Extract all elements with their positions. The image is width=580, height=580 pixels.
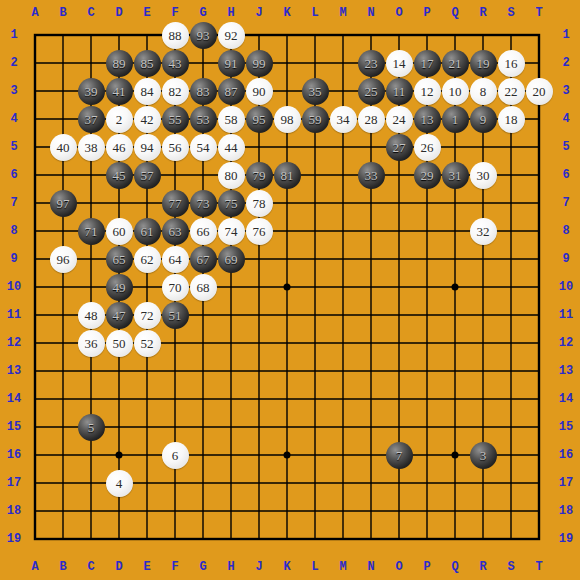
row-label-left-9: 9 (10, 252, 17, 266)
col-label-top-K: K (283, 6, 290, 20)
row-label-right-3: 3 (562, 84, 569, 98)
stone-white-26-P5: 26 (414, 134, 441, 161)
col-label-bottom-T: T (535, 560, 542, 574)
stone-white-30-R6: 30 (470, 162, 497, 189)
stone-black-87-H3: 87 (218, 78, 245, 105)
stone-black-31-Q6: 31 (442, 162, 469, 189)
col-label-bottom-L: L (311, 560, 318, 574)
row-label-left-1: 1 (10, 28, 17, 42)
stone-black-67-G9: 67 (190, 246, 217, 273)
stone-black-75-H7: 75 (218, 190, 245, 217)
col-label-bottom-K: K (283, 560, 290, 574)
col-label-top-L: L (311, 6, 318, 20)
row-label-right-2: 2 (562, 56, 569, 70)
row-label-left-19: 19 (7, 532, 21, 546)
stone-black-65-D9: 65 (106, 246, 133, 273)
col-label-bottom-F: F (171, 560, 178, 574)
row-label-right-19: 19 (559, 532, 573, 546)
stone-black-7-O16: 7 (386, 442, 413, 469)
stone-black-55-F4: 55 (162, 106, 189, 133)
stone-black-5-C15: 5 (78, 414, 105, 441)
col-label-bottom-M: M (339, 560, 346, 574)
row-label-right-12: 12 (559, 336, 573, 350)
stone-black-61-E8: 61 (134, 218, 161, 245)
stone-white-76-J8: 76 (246, 218, 273, 245)
stone-white-94-E5: 94 (134, 134, 161, 161)
stone-white-10-Q3: 10 (442, 78, 469, 105)
stone-black-89-D2: 89 (106, 50, 133, 77)
stone-black-79-J6: 79 (246, 162, 273, 189)
row-label-right-10: 10 (559, 280, 573, 294)
row-label-right-1: 1 (562, 28, 569, 42)
stone-white-60-D8: 60 (106, 218, 133, 245)
go-board[interactable]: 1234567891011121314161718192021222324252… (21, 21, 553, 553)
stone-black-73-G7: 73 (190, 190, 217, 217)
row-label-right-9: 9 (562, 252, 569, 266)
col-label-bottom-C: C (87, 560, 94, 574)
stone-white-16-S2: 16 (498, 50, 525, 77)
stone-white-42-E4: 42 (134, 106, 161, 133)
row-label-right-8: 8 (562, 224, 569, 238)
col-label-top-T: T (535, 6, 542, 20)
stone-white-8-R3: 8 (470, 78, 497, 105)
col-label-bottom-J: J (255, 560, 262, 574)
col-label-top-G: G (199, 6, 206, 20)
stone-white-88-F1: 88 (162, 22, 189, 49)
stone-black-69-H9: 69 (218, 246, 245, 273)
stone-black-97-B7: 97 (50, 190, 77, 217)
stone-white-98-K4: 98 (274, 106, 301, 133)
stone-white-28-N4: 28 (358, 106, 385, 133)
col-label-bottom-B: B (59, 560, 66, 574)
stone-white-96-B9: 96 (50, 246, 77, 273)
row-label-left-8: 8 (10, 224, 17, 238)
col-label-top-M: M (339, 6, 346, 20)
stone-black-37-C4: 37 (78, 106, 105, 133)
row-label-right-17: 17 (559, 476, 573, 490)
stone-white-44-H5: 44 (218, 134, 245, 161)
row-label-right-18: 18 (559, 504, 573, 518)
col-label-bottom-D: D (115, 560, 122, 574)
stone-black-57-E6: 57 (134, 162, 161, 189)
stone-white-82-F3: 82 (162, 78, 189, 105)
stone-black-29-P6: 29 (414, 162, 441, 189)
row-label-left-13: 13 (7, 364, 21, 378)
row-label-right-4: 4 (562, 112, 569, 126)
col-label-top-H: H (227, 6, 234, 20)
row-label-left-15: 15 (7, 420, 21, 434)
stone-white-80-H6: 80 (218, 162, 245, 189)
stone-white-36-C12: 36 (78, 330, 105, 357)
stone-white-50-D12: 50 (106, 330, 133, 357)
stone-white-52-E12: 52 (134, 330, 161, 357)
stone-white-14-O2: 14 (386, 50, 413, 77)
stone-white-68-G10: 68 (190, 274, 217, 301)
stone-black-77-F7: 77 (162, 190, 189, 217)
stone-white-56-F5: 56 (162, 134, 189, 161)
stone-white-90-J3: 90 (246, 78, 273, 105)
row-label-left-10: 10 (7, 280, 21, 294)
stone-black-47-D11: 47 (106, 302, 133, 329)
stone-white-34-M4: 34 (330, 106, 357, 133)
stone-white-24-O4: 24 (386, 106, 413, 133)
stone-black-43-F2: 43 (162, 50, 189, 77)
col-label-bottom-E: E (143, 560, 150, 574)
stone-white-4-D17: 4 (106, 470, 133, 497)
stone-white-18-S4: 18 (498, 106, 525, 133)
stone-black-63-F8: 63 (162, 218, 189, 245)
stone-black-23-N2: 23 (358, 50, 385, 77)
row-label-left-3: 3 (10, 84, 17, 98)
stone-white-38-C5: 38 (78, 134, 105, 161)
row-label-right-7: 7 (562, 196, 569, 210)
stone-white-66-G8: 66 (190, 218, 217, 245)
row-label-left-16: 16 (7, 448, 21, 462)
stone-black-83-G3: 83 (190, 78, 217, 105)
stone-white-6-F16: 6 (162, 442, 189, 469)
row-label-left-2: 2 (10, 56, 17, 70)
row-label-left-7: 7 (10, 196, 17, 210)
stone-black-53-G4: 53 (190, 106, 217, 133)
row-label-right-5: 5 (562, 140, 569, 154)
col-label-top-P: P (423, 6, 430, 20)
stone-black-95-J4: 95 (246, 106, 273, 133)
stone-black-91-H2: 91 (218, 50, 245, 77)
stone-white-74-H8: 74 (218, 218, 245, 245)
col-label-top-N: N (367, 6, 374, 20)
col-label-bottom-N: N (367, 560, 374, 574)
stone-black-93-G1: 93 (190, 22, 217, 49)
stone-white-40-B5: 40 (50, 134, 77, 161)
stone-black-81-K6: 81 (274, 162, 301, 189)
stone-black-35-L3: 35 (302, 78, 329, 105)
stone-white-84-E3: 84 (134, 78, 161, 105)
stone-black-3-R16: 3 (470, 442, 497, 469)
stone-black-17-P2: 17 (414, 50, 441, 77)
stone-white-2-D4: 2 (106, 106, 133, 133)
stone-white-78-J7: 78 (246, 190, 273, 217)
stone-black-11-O3: 11 (386, 78, 413, 105)
col-label-top-Q: Q (451, 6, 458, 20)
stone-black-21-Q2: 21 (442, 50, 469, 77)
col-label-top-S: S (507, 6, 514, 20)
stone-black-1-Q4: 1 (442, 106, 469, 133)
col-label-top-A: A (31, 6, 38, 20)
stone-white-64-F9: 64 (162, 246, 189, 273)
col-label-top-D: D (115, 6, 122, 20)
stone-black-51-F11: 51 (162, 302, 189, 329)
col-label-bottom-H: H (227, 560, 234, 574)
row-label-right-11: 11 (559, 308, 573, 322)
row-label-right-14: 14 (559, 392, 573, 406)
col-label-bottom-S: S (507, 560, 514, 574)
stone-white-58-H4: 58 (218, 106, 245, 133)
stone-white-46-D5: 46 (106, 134, 133, 161)
stone-black-45-D6: 45 (106, 162, 133, 189)
row-label-left-12: 12 (7, 336, 21, 350)
col-label-bottom-P: P (423, 560, 430, 574)
stone-white-12-P3: 12 (414, 78, 441, 105)
stone-black-49-D10: 49 (106, 274, 133, 301)
col-label-top-E: E (143, 6, 150, 20)
col-label-bottom-O: O (395, 560, 402, 574)
stone-black-71-C8: 71 (78, 218, 105, 245)
col-label-top-F: F (171, 6, 178, 20)
row-label-left-5: 5 (10, 140, 17, 154)
row-label-right-15: 15 (559, 420, 573, 434)
stone-black-19-R2: 19 (470, 50, 497, 77)
stone-white-62-E9: 62 (134, 246, 161, 273)
row-label-right-6: 6 (562, 168, 569, 182)
stone-black-25-N3: 25 (358, 78, 385, 105)
stone-white-48-C11: 48 (78, 302, 105, 329)
col-label-bottom-A: A (31, 560, 38, 574)
row-label-right-13: 13 (559, 364, 573, 378)
stone-white-92-H1: 92 (218, 22, 245, 49)
stone-white-54-G5: 54 (190, 134, 217, 161)
col-label-top-O: O (395, 6, 402, 20)
stone-white-70-F10: 70 (162, 274, 189, 301)
row-label-right-16: 16 (559, 448, 573, 462)
stone-white-22-S3: 22 (498, 78, 525, 105)
stone-black-99-J2: 99 (246, 50, 273, 77)
col-label-top-C: C (87, 6, 94, 20)
stone-white-20-T3: 20 (526, 78, 553, 105)
stone-black-41-D3: 41 (106, 78, 133, 105)
col-label-bottom-R: R (479, 560, 486, 574)
row-label-left-11: 11 (7, 308, 21, 322)
row-label-left-4: 4 (10, 112, 17, 126)
col-label-top-J: J (255, 6, 262, 20)
stone-black-85-E2: 85 (134, 50, 161, 77)
stone-black-9-R4: 9 (470, 106, 497, 133)
row-label-left-6: 6 (10, 168, 17, 182)
col-label-bottom-Q: Q (451, 560, 458, 574)
col-label-bottom-G: G (199, 560, 206, 574)
stone-black-33-N6: 33 (358, 162, 385, 189)
stone-black-27-O5: 27 (386, 134, 413, 161)
row-label-left-14: 14 (7, 392, 21, 406)
col-label-top-B: B (59, 6, 66, 20)
stone-white-32-R8: 32 (470, 218, 497, 245)
stone-black-13-P4: 13 (414, 106, 441, 133)
stone-white-72-E11: 72 (134, 302, 161, 329)
go-kifu-diagram: ABCDEFGHJKLMNOPQRST ABCDEFGHJKLMNOPQRST … (0, 0, 580, 580)
stone-black-39-C3: 39 (78, 78, 105, 105)
stone-black-59-L4: 59 (302, 106, 329, 133)
row-label-left-17: 17 (7, 476, 21, 490)
row-label-left-18: 18 (7, 504, 21, 518)
col-label-top-R: R (479, 6, 486, 20)
